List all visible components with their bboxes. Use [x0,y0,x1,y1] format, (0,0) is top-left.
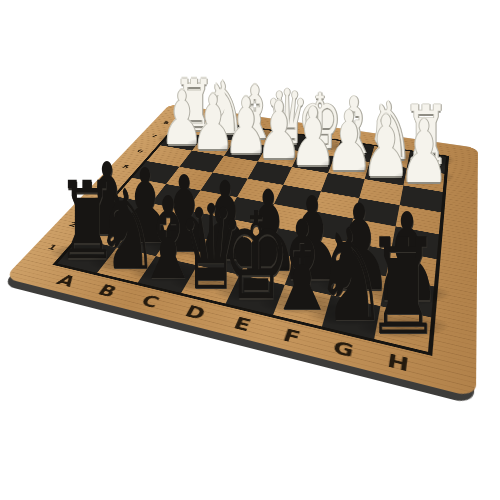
piece-black-rook-h1[interactable]: ♜ [365,221,440,353]
piece-white-pawn-h7[interactable]: ♟ [399,110,448,197]
photo-canvas: A1B2C3D4E5F6G7H8 ♜♞♝♛♚♝♞♜♟♟♟♟♟♟♟♟♟♟♟♟♟♟♟… [0,0,500,500]
pieces-layer: ♜♞♝♛♚♝♞♜♟♟♟♟♟♟♟♟♟♟♟♟♟♟♟♟♜♞♝♛♚♝♞♜ [0,0,500,500]
